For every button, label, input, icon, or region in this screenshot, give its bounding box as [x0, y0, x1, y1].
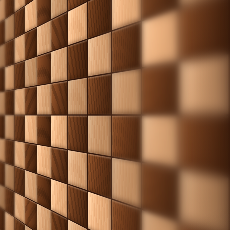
board-square	[15, 141, 25, 169]
board-square	[25, 115, 37, 143]
board-square	[180, 54, 228, 114]
board-square	[180, 0, 228, 61]
board-square	[25, 27, 37, 59]
board-square	[68, 40, 87, 80]
board-square	[37, 52, 51, 85]
board-square	[0, 115, 5, 138]
board-square	[25, 86, 37, 114]
board-square	[5, 139, 14, 165]
board-square	[37, 145, 51, 178]
board-square	[25, 143, 37, 173]
wood-checkerboard-wall-photo	[0, 0, 230, 230]
board-square	[0, 67, 5, 92]
board-square	[37, 20, 51, 55]
board-square	[88, 74, 111, 115]
board-square	[88, 116, 111, 157]
checkerboard-grid	[0, 0, 230, 230]
board-square	[112, 116, 141, 161]
board-square	[0, 161, 5, 187]
board-square	[180, 116, 228, 176]
board-square	[51, 147, 67, 183]
board-square	[68, 150, 87, 190]
board-square	[180, 169, 228, 230]
board-square	[5, 115, 14, 140]
board-square	[112, 69, 141, 114]
board-square	[5, 39, 14, 67]
board-square	[37, 84, 51, 115]
board-square	[112, 22, 141, 72]
board-square	[88, 192, 111, 230]
board-square	[37, 115, 51, 146]
board-square	[25, 57, 37, 87]
board-square	[5, 163, 14, 191]
board-square	[88, 32, 111, 77]
board-square	[68, 78, 87, 115]
board-square	[5, 13, 14, 42]
board-square	[51, 81, 67, 114]
board-square	[142, 63, 179, 115]
board-square	[51, 47, 67, 83]
board-square	[5, 90, 14, 115]
board-square	[142, 116, 179, 168]
mosaic-wall-scene	[0, 0, 230, 230]
board-square	[0, 183, 5, 210]
board-square	[15, 61, 25, 89]
board-square	[15, 115, 25, 141]
board-square	[88, 154, 111, 199]
board-square	[68, 116, 87, 153]
board-square	[51, 116, 67, 149]
board-square	[5, 64, 14, 90]
board-square	[0, 138, 5, 163]
board-square	[0, 91, 5, 114]
board-square	[0, 44, 5, 70]
board-square	[15, 34, 25, 64]
board-square	[15, 88, 25, 114]
